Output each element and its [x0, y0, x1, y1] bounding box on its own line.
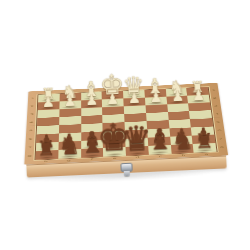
- chess-set: hgfedcba hgfedcba 12345678 12345678 ♜♞♝♚…: [21, 73, 230, 192]
- clasp-hook: [124, 171, 130, 176]
- product-photo: hgfedcba hgfedcba 12345678 12345678 ♜♞♝♚…: [0, 0, 250, 250]
- square-a8[interactable]: ♜: [193, 143, 217, 153]
- board-frame: hgfedcba hgfedcba 12345678 12345678 ♜♞♝♚…: [24, 83, 228, 165]
- metal-clasp-icon[interactable]: [117, 163, 136, 178]
- board-3d: hgfedcba hgfedcba 12345678 12345678 ♜♞♝♚…: [24, 83, 228, 165]
- square-a2[interactable]: ♟: [187, 95, 209, 104]
- black-rook-a8[interactable]: ♜: [185, 130, 225, 153]
- white-pawn-a2[interactable]: ♟: [180, 88, 217, 104]
